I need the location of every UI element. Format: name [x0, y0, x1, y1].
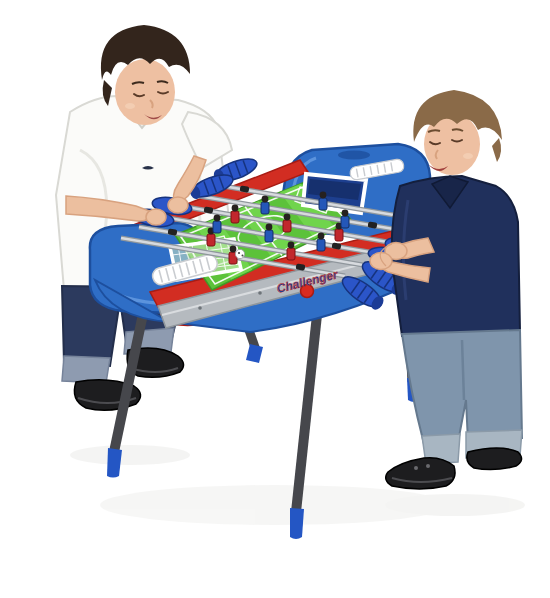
player-blue-d1 [261, 196, 269, 214]
leg-foot-near-right [290, 508, 304, 539]
left-child-cuff-back [62, 356, 110, 383]
player-blue-a2 [265, 224, 273, 242]
player-red-a1 [231, 205, 239, 223]
player-blue-a1 [213, 215, 221, 233]
end-cap-recess [338, 151, 370, 160]
player-red-d2 [287, 242, 295, 260]
player-red-a2 [283, 214, 291, 232]
foosball-scene: Challenger [0, 0, 550, 598]
player-blue-a3 [317, 233, 325, 251]
right-child-shoe-back [467, 448, 522, 470]
left-child-hand-right [168, 197, 188, 213]
leg-foot-far-left [246, 344, 263, 363]
right-child-shoe-front [386, 458, 455, 489]
ball [235, 249, 244, 258]
left-child-hand-left [146, 209, 166, 225]
leg-foot-near-left [107, 448, 122, 478]
player-blue-d2 [341, 210, 349, 228]
right-child-hand-lower [370, 253, 392, 270]
photo-canvas: Challenger [0, 0, 550, 598]
player-blue-gk [319, 192, 327, 210]
